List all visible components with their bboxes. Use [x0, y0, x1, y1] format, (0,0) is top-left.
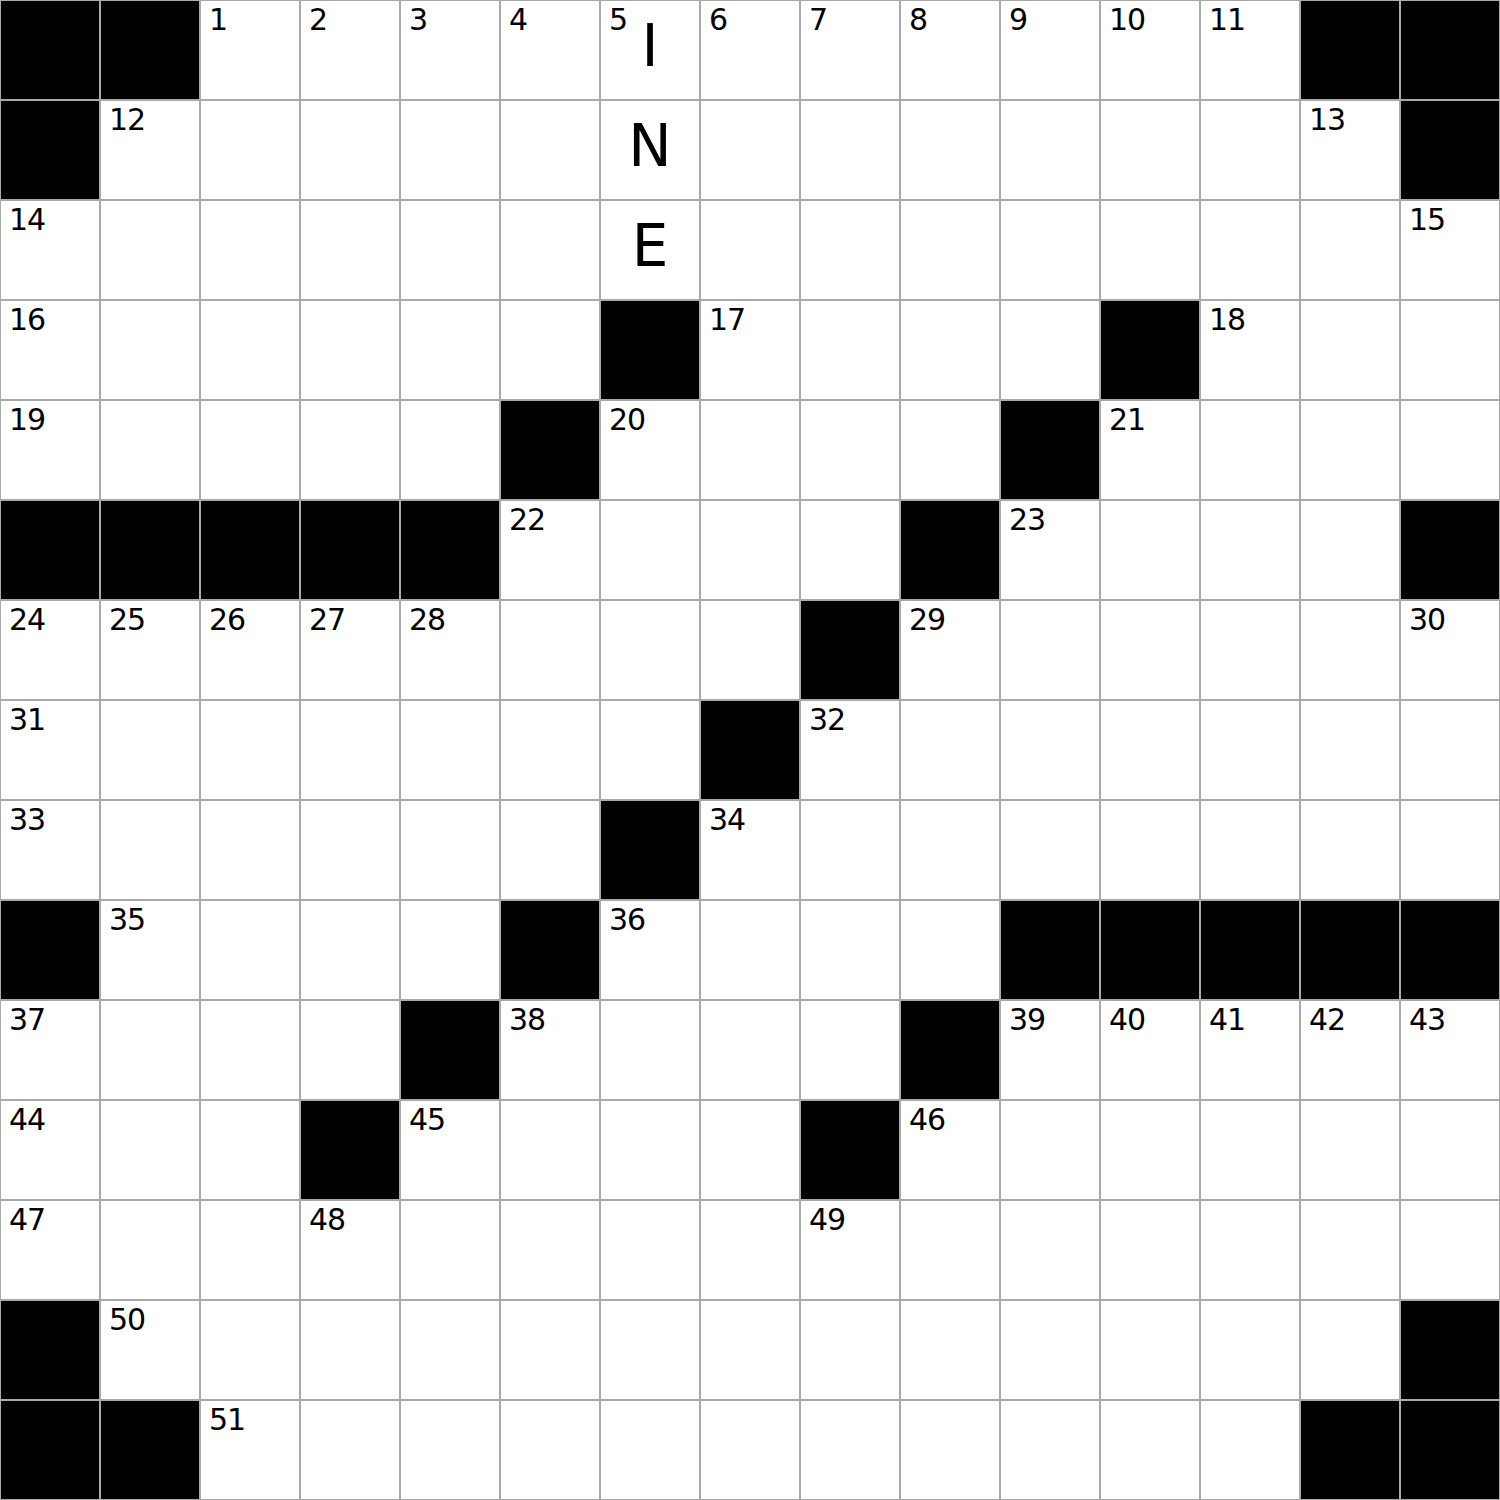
white-cell-r10c7[interactable] [700, 1000, 800, 1100]
white-cell-r8c14[interactable] [1400, 800, 1500, 900]
white-cell-r2c7[interactable] [700, 200, 800, 300]
white-cell-r2c3[interactable] [300, 200, 400, 300]
black-cell-r10c4 [400, 1000, 500, 1100]
white-cell-r7c12[interactable] [1200, 700, 1300, 800]
white-cell-r10c1[interactable] [100, 1000, 200, 1100]
white-cell-r13c6[interactable] [600, 1300, 700, 1400]
white-cell-r12c14[interactable] [1400, 1200, 1500, 1300]
clue-number-43: 43 [1409, 1004, 1445, 1036]
white-cell-r3c10[interactable] [1000, 300, 1100, 400]
white-cell-r10c6[interactable] [600, 1000, 700, 1100]
white-cell-r9c8[interactable] [800, 900, 900, 1000]
clue-number-9: 9 [1009, 4, 1027, 36]
white-cell-r0c4[interactable]: 3 [400, 0, 500, 100]
white-cell-r11c4[interactable]: 45 [400, 1100, 500, 1200]
black-cell-r11c8 [800, 1100, 900, 1200]
cell-letter: I [601, 0, 699, 95]
black-cell-r4c5 [500, 400, 600, 500]
clue-number-42: 42 [1309, 1004, 1345, 1036]
clue-number-30: 30 [1409, 604, 1445, 636]
white-cell-r3c14[interactable] [1400, 300, 1500, 400]
white-cell-r8c7[interactable]: 34 [700, 800, 800, 900]
white-cell-r3c5[interactable] [500, 300, 600, 400]
black-cell-r13c0 [0, 1300, 100, 1400]
white-cell-r8c11[interactable] [1100, 800, 1200, 900]
black-cell-r5c0 [0, 500, 100, 600]
clue-number-10: 10 [1109, 4, 1145, 36]
white-cell-r3c2[interactable] [200, 300, 300, 400]
white-cell-r5c12[interactable] [1200, 500, 1300, 600]
clue-number-26: 26 [209, 604, 245, 636]
black-cell-r0c1 [100, 0, 200, 100]
white-cell-r13c12[interactable] [1200, 1300, 1300, 1400]
clue-number-51: 51 [209, 1404, 245, 1436]
white-cell-r3c8[interactable] [800, 300, 900, 400]
white-cell-r12c3[interactable]: 48 [300, 1200, 400, 1300]
white-cell-r10c12[interactable]: 41 [1200, 1000, 1300, 1100]
white-cell-r3c4[interactable] [400, 300, 500, 400]
white-cell-r13c13[interactable] [1300, 1300, 1400, 1400]
white-cell-r14c9[interactable] [900, 1400, 1000, 1500]
clue-number-33: 33 [9, 804, 45, 836]
black-cell-r5c1 [100, 500, 200, 600]
clue-number-22: 22 [509, 504, 545, 536]
white-cell-r4c14[interactable] [1400, 400, 1500, 500]
white-cell-r6c10[interactable] [1000, 600, 1100, 700]
clue-number-29: 29 [909, 604, 945, 636]
white-cell-r13c5[interactable] [500, 1300, 600, 1400]
white-cell-r13c1[interactable]: 50 [100, 1300, 200, 1400]
clue-number-31: 31 [9, 704, 45, 736]
crossword-board: 12345I6789101112N1314E151617181920212223… [0, 0, 1500, 1500]
white-cell-r1c5[interactable] [500, 100, 600, 200]
black-cell-r9c13 [1300, 900, 1400, 1000]
clue-number-12: 12 [109, 104, 145, 136]
white-cell-r2c4[interactable] [400, 200, 500, 300]
black-cell-r9c11 [1100, 900, 1200, 1000]
white-cell-r11c5[interactable] [500, 1100, 600, 1200]
white-cell-r5c10[interactable]: 23 [1000, 500, 1100, 600]
white-cell-r8c10[interactable] [1000, 800, 1100, 900]
white-cell-r12c9[interactable] [900, 1200, 1000, 1300]
white-cell-r3c13[interactable] [1300, 300, 1400, 400]
white-cell-r6c14[interactable]: 30 [1400, 600, 1500, 700]
clue-number-37: 37 [9, 1004, 45, 1036]
clue-number-2: 2 [309, 4, 327, 36]
white-cell-r9c6[interactable]: 36 [600, 900, 700, 1000]
white-cell-r4c0[interactable]: 19 [0, 400, 100, 500]
white-cell-r12c2[interactable] [200, 1200, 300, 1300]
white-cell-r10c2[interactable] [200, 1000, 300, 1100]
white-cell-r3c1[interactable] [100, 300, 200, 400]
black-cell-r0c13 [1300, 0, 1400, 100]
clue-number-19: 19 [9, 404, 45, 436]
white-cell-r11c9[interactable]: 46 [900, 1100, 1000, 1200]
black-cell-r5c4 [400, 500, 500, 600]
white-cell-r12c8[interactable]: 49 [800, 1200, 900, 1300]
white-cell-r8c5[interactable] [500, 800, 600, 900]
white-cell-r3c7[interactable]: 17 [700, 300, 800, 400]
white-cell-r5c5[interactable]: 22 [500, 500, 600, 600]
white-cell-r11c7[interactable] [700, 1100, 800, 1200]
white-cell-r7c1[interactable] [100, 700, 200, 800]
white-cell-r7c8[interactable]: 32 [800, 700, 900, 800]
white-cell-r3c3[interactable] [300, 300, 400, 400]
white-cell-r11c13[interactable] [1300, 1100, 1400, 1200]
white-cell-r6c4[interactable]: 28 [400, 600, 500, 700]
white-cell-r3c9[interactable] [900, 300, 1000, 400]
clue-number-49: 49 [809, 1204, 845, 1236]
clue-number-20: 20 [609, 404, 645, 436]
white-cell-r8c2[interactable] [200, 800, 300, 900]
black-cell-r14c14 [1400, 1400, 1500, 1500]
clue-number-35: 35 [109, 904, 145, 936]
black-cell-r0c14 [1400, 0, 1500, 100]
clue-number-8: 8 [909, 4, 927, 36]
white-cell-r2c6[interactable]: E [600, 200, 700, 300]
white-cell-r1c4[interactable] [400, 100, 500, 200]
white-cell-r0c12[interactable]: 11 [1200, 0, 1300, 100]
clue-number-25: 25 [109, 604, 145, 636]
white-cell-r14c3[interactable] [300, 1400, 400, 1500]
white-cell-r1c10[interactable] [1000, 100, 1100, 200]
black-cell-r0c0 [0, 0, 100, 100]
clue-number-32: 32 [809, 704, 845, 736]
white-cell-r7c6[interactable] [600, 700, 700, 800]
white-cell-r6c11[interactable] [1100, 600, 1200, 700]
white-cell-r8c4[interactable] [400, 800, 500, 900]
clue-number-28: 28 [409, 604, 445, 636]
white-cell-r12c1[interactable] [100, 1200, 200, 1300]
black-cell-r9c14 [1400, 900, 1500, 1000]
white-cell-r6c12[interactable] [1200, 600, 1300, 700]
clue-number-16: 16 [9, 304, 45, 336]
white-cell-r14c8[interactable] [800, 1400, 900, 1500]
white-cell-r10c0[interactable]: 37 [0, 1000, 100, 1100]
white-cell-r8c8[interactable] [800, 800, 900, 900]
white-cell-r7c13[interactable] [1300, 700, 1400, 800]
white-cell-r6c6[interactable] [600, 600, 700, 700]
clue-number-13: 13 [1309, 104, 1345, 136]
white-cell-r6c9[interactable]: 29 [900, 600, 1000, 700]
clue-number-24: 24 [9, 604, 45, 636]
clue-number-27: 27 [309, 604, 345, 636]
white-cell-r14c10[interactable] [1000, 1400, 1100, 1500]
white-cell-r6c13[interactable] [1300, 600, 1400, 700]
white-cell-r9c9[interactable] [900, 900, 1000, 1000]
clue-number-50: 50 [109, 1304, 145, 1336]
clue-number-36: 36 [609, 904, 645, 936]
clue-number-11: 11 [1209, 4, 1245, 36]
white-cell-r14c6[interactable] [600, 1400, 700, 1500]
clue-number-40: 40 [1109, 1004, 1145, 1036]
black-cell-r9c10 [1000, 900, 1100, 1000]
white-cell-r9c7[interactable] [700, 900, 800, 1000]
black-cell-r7c7 [700, 700, 800, 800]
white-cell-r0c11[interactable]: 10 [1100, 0, 1200, 100]
black-cell-r8c6 [600, 800, 700, 900]
white-cell-r1c6[interactable]: N [600, 100, 700, 200]
white-cell-r0c3[interactable]: 2 [300, 0, 400, 100]
white-cell-r6c3[interactable]: 27 [300, 600, 400, 700]
white-cell-r11c14[interactable] [1400, 1100, 1500, 1200]
white-cell-r13c7[interactable] [700, 1300, 800, 1400]
white-cell-r12c5[interactable] [500, 1200, 600, 1300]
white-cell-r10c14[interactable]: 43 [1400, 1000, 1500, 1100]
white-cell-r7c2[interactable] [200, 700, 300, 800]
clue-number-44: 44 [9, 1104, 45, 1136]
white-cell-r2c5[interactable] [500, 200, 600, 300]
white-cell-r12c4[interactable] [400, 1200, 500, 1300]
white-cell-r7c5[interactable] [500, 700, 600, 800]
white-cell-r3c12[interactable]: 18 [1200, 300, 1300, 400]
white-cell-r11c6[interactable] [600, 1100, 700, 1200]
black-cell-r9c5 [500, 900, 600, 1000]
white-cell-r1c11[interactable] [1100, 100, 1200, 200]
white-cell-r7c11[interactable] [1100, 700, 1200, 800]
white-cell-r6c0[interactable]: 24 [0, 600, 100, 700]
clue-number-18: 18 [1209, 304, 1245, 336]
black-cell-r13c14 [1400, 1300, 1500, 1400]
white-cell-r13c2[interactable] [200, 1300, 300, 1400]
white-cell-r13c9[interactable] [900, 1300, 1000, 1400]
clue-number-45: 45 [409, 1104, 445, 1136]
white-cell-r2c8[interactable] [800, 200, 900, 300]
white-cell-r3c0[interactable]: 16 [0, 300, 100, 400]
white-cell-r2c0[interactable]: 14 [0, 200, 100, 300]
white-cell-r9c2[interactable] [200, 900, 300, 1000]
white-cell-r1c2[interactable] [200, 100, 300, 200]
clue-number-34: 34 [709, 804, 745, 836]
black-cell-r5c3 [300, 500, 400, 600]
white-cell-r2c9[interactable] [900, 200, 1000, 300]
white-cell-r4c12[interactable] [1200, 400, 1300, 500]
white-cell-r4c1[interactable] [100, 400, 200, 500]
white-cell-r4c9[interactable] [900, 400, 1000, 500]
white-cell-r9c4[interactable] [400, 900, 500, 1000]
white-cell-r0c6[interactable]: 5I [600, 0, 700, 100]
clue-number-4: 4 [509, 4, 527, 36]
white-cell-r5c13[interactable] [1300, 500, 1400, 600]
white-cell-r12c10[interactable] [1000, 1200, 1100, 1300]
white-cell-r13c3[interactable] [300, 1300, 400, 1400]
white-cell-r4c2[interactable] [200, 400, 300, 500]
black-cell-r9c0 [0, 900, 100, 1000]
white-cell-r12c13[interactable] [1300, 1200, 1400, 1300]
white-cell-r9c1[interactable]: 35 [100, 900, 200, 1000]
black-cell-r5c2 [200, 500, 300, 600]
black-cell-r10c9 [900, 1000, 1000, 1100]
white-cell-r6c1[interactable]: 25 [100, 600, 200, 700]
white-cell-r10c13[interactable]: 42 [1300, 1000, 1400, 1100]
white-cell-r7c0[interactable]: 31 [0, 700, 100, 800]
white-cell-r11c1[interactable] [100, 1100, 200, 1200]
clue-number-41: 41 [1209, 1004, 1245, 1036]
clue-number-39: 39 [1009, 1004, 1045, 1036]
white-cell-r5c7[interactable] [700, 500, 800, 600]
white-cell-r4c4[interactable] [400, 400, 500, 500]
black-cell-r9c12 [1200, 900, 1300, 1000]
white-cell-r12c0[interactable]: 47 [0, 1200, 100, 1300]
white-cell-r4c8[interactable] [800, 400, 900, 500]
white-cell-r2c2[interactable] [200, 200, 300, 300]
white-cell-r4c3[interactable] [300, 400, 400, 500]
white-cell-r7c4[interactable] [400, 700, 500, 800]
clue-number-1: 1 [209, 4, 227, 36]
white-cell-r12c7[interactable] [700, 1200, 800, 1300]
black-cell-r5c14 [1400, 500, 1500, 600]
clue-number-21: 21 [1109, 404, 1145, 436]
white-cell-r10c3[interactable] [300, 1000, 400, 1100]
clue-number-47: 47 [9, 1204, 45, 1236]
black-cell-r3c11 [1100, 300, 1200, 400]
black-cell-r3c6 [600, 300, 700, 400]
black-cell-r6c8 [800, 600, 900, 700]
white-cell-r12c6[interactable] [600, 1200, 700, 1300]
black-cell-r5c9 [900, 500, 1000, 600]
white-cell-r1c7[interactable] [700, 100, 800, 200]
white-cell-r4c7[interactable] [700, 400, 800, 500]
white-cell-r13c11[interactable] [1100, 1300, 1200, 1400]
white-cell-r11c11[interactable] [1100, 1100, 1200, 1200]
white-cell-r8c9[interactable] [900, 800, 1000, 900]
white-cell-r2c12[interactable] [1200, 200, 1300, 300]
white-cell-r13c8[interactable] [800, 1300, 900, 1400]
white-cell-r7c3[interactable] [300, 700, 400, 800]
white-cell-r11c10[interactable] [1000, 1100, 1100, 1200]
white-cell-r5c8[interactable] [800, 500, 900, 600]
white-cell-r1c8[interactable] [800, 100, 900, 200]
black-cell-r11c3 [300, 1100, 400, 1200]
white-cell-r14c7[interactable] [700, 1400, 800, 1500]
clue-number-17: 17 [709, 304, 745, 336]
clue-number-3: 3 [409, 4, 427, 36]
white-cell-r2c1[interactable] [100, 200, 200, 300]
white-cell-r0c10[interactable]: 9 [1000, 0, 1100, 100]
white-cell-r12c12[interactable] [1200, 1200, 1300, 1300]
white-cell-r4c11[interactable]: 21 [1100, 400, 1200, 500]
white-cell-r1c9[interactable] [900, 100, 1000, 200]
white-cell-r11c2[interactable] [200, 1100, 300, 1200]
white-cell-r1c12[interactable] [1200, 100, 1300, 200]
white-cell-r0c2[interactable]: 1 [200, 0, 300, 100]
white-cell-r2c14[interactable]: 15 [1400, 200, 1500, 300]
clue-number-38: 38 [509, 1004, 545, 1036]
white-cell-r8c3[interactable] [300, 800, 400, 900]
white-cell-r13c4[interactable] [400, 1300, 500, 1400]
white-cell-r11c12[interactable] [1200, 1100, 1300, 1200]
cell-letter: E [601, 197, 699, 295]
white-cell-r6c7[interactable] [700, 600, 800, 700]
white-cell-r14c11[interactable] [1100, 1400, 1200, 1500]
white-cell-r1c3[interactable] [300, 100, 400, 200]
white-cell-r4c13[interactable] [1300, 400, 1400, 500]
white-cell-r1c13[interactable]: 13 [1300, 100, 1400, 200]
white-cell-r8c1[interactable] [100, 800, 200, 900]
white-cell-r7c14[interactable] [1400, 700, 1500, 800]
white-cell-r8c0[interactable]: 33 [0, 800, 100, 900]
clue-number-6: 6 [709, 4, 727, 36]
white-cell-r10c5[interactable]: 38 [500, 1000, 600, 1100]
white-cell-r7c9[interactable] [900, 700, 1000, 800]
white-cell-r0c8[interactable]: 7 [800, 0, 900, 100]
white-cell-r9c3[interactable] [300, 900, 400, 1000]
black-cell-r4c10 [1000, 400, 1100, 500]
black-cell-r14c0 [0, 1400, 100, 1500]
white-cell-r2c10[interactable] [1000, 200, 1100, 300]
white-cell-r10c10[interactable]: 39 [1000, 1000, 1100, 1100]
white-cell-r5c6[interactable] [600, 500, 700, 600]
white-cell-r14c5[interactable] [500, 1400, 600, 1500]
clue-number-7: 7 [809, 4, 827, 36]
black-cell-r1c0 [0, 100, 100, 200]
white-cell-r13c10[interactable] [1000, 1300, 1100, 1400]
black-cell-r1c14 [1400, 100, 1500, 200]
white-cell-r2c11[interactable] [1100, 200, 1200, 300]
white-cell-r6c2[interactable]: 26 [200, 600, 300, 700]
white-cell-r4c6[interactable]: 20 [600, 400, 700, 500]
black-cell-r14c1 [100, 1400, 200, 1500]
white-cell-r10c11[interactable]: 40 [1100, 1000, 1200, 1100]
white-cell-r8c13[interactable] [1300, 800, 1400, 900]
clue-number-23: 23 [1009, 504, 1045, 536]
white-cell-r8c12[interactable] [1200, 800, 1300, 900]
white-cell-r0c7[interactable]: 6 [700, 0, 800, 100]
white-cell-r14c2[interactable]: 51 [200, 1400, 300, 1500]
white-cell-r1c1[interactable]: 12 [100, 100, 200, 200]
white-cell-r0c9[interactable]: 8 [900, 0, 1000, 100]
white-cell-r14c4[interactable] [400, 1400, 500, 1500]
clue-number-15: 15 [1409, 204, 1445, 236]
clue-number-14: 14 [9, 204, 45, 236]
white-cell-r0c5[interactable]: 4 [500, 0, 600, 100]
white-cell-r6c5[interactable] [500, 600, 600, 700]
white-cell-r12c11[interactable] [1100, 1200, 1200, 1300]
clue-number-46: 46 [909, 1104, 945, 1136]
black-cell-r14c13 [1300, 1400, 1400, 1500]
white-cell-r11c0[interactable]: 44 [0, 1100, 100, 1200]
cell-letter: N [601, 97, 699, 195]
white-cell-r2c13[interactable] [1300, 200, 1400, 300]
white-cell-r10c8[interactable] [800, 1000, 900, 1100]
clue-number-48: 48 [309, 1204, 345, 1236]
white-cell-r5c11[interactable] [1100, 500, 1200, 600]
white-cell-r14c12[interactable] [1200, 1400, 1300, 1500]
white-cell-r7c10[interactable] [1000, 700, 1100, 800]
